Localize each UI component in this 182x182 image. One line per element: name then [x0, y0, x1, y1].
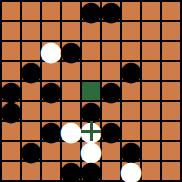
- black-stone: ●: [81, 101, 101, 121]
- black-stone: ●: [61, 41, 81, 61]
- black-stone: ●: [101, 1, 121, 21]
- board-cell-r0c6[interactable]: [122, 2, 140, 20]
- board-cell-r4c5[interactable]: ●: [102, 82, 120, 100]
- white-stone: ●: [61, 121, 81, 141]
- board-cell-r2c2[interactable]: ●: [42, 42, 60, 60]
- board-cell-r5c4[interactable]: ●: [82, 102, 100, 120]
- board-cell-r8c0[interactable]: [2, 162, 20, 180]
- board-cell-r7c5[interactable]: [102, 142, 120, 160]
- board-cell-r1c7[interactable]: [142, 22, 160, 40]
- black-stone: ●: [41, 81, 61, 101]
- board-cell-r2c6[interactable]: [122, 42, 140, 60]
- board-cell-r7c8[interactable]: [162, 142, 180, 160]
- black-stone: ●: [21, 61, 41, 81]
- white-stone: ●: [41, 41, 61, 61]
- game-board: ●●●●●●●●●●●●●●●●●●●●●: [0, 0, 182, 182]
- board-cell-r7c1[interactable]: ●: [22, 142, 40, 160]
- board-cell-r1c4[interactable]: [82, 22, 100, 40]
- black-stone: ●: [41, 121, 61, 141]
- board-cell-r5c7[interactable]: [142, 102, 160, 120]
- board-cell-r2c7[interactable]: [142, 42, 160, 60]
- board-cell-r3c7[interactable]: [142, 62, 160, 80]
- board-cell-r0c3[interactable]: [62, 2, 80, 20]
- board-cell-r7c4[interactable]: ●: [82, 142, 100, 160]
- board-cell-r5c5[interactable]: [102, 102, 120, 120]
- board-cell-r3c2[interactable]: [42, 62, 60, 80]
- black-stone: ●: [1, 101, 21, 121]
- white-stone: ●: [121, 161, 141, 181]
- board-cell-r7c7[interactable]: [142, 142, 160, 160]
- board-cell-r8c8[interactable]: [162, 162, 180, 180]
- green-square-marker: [82, 82, 100, 100]
- board-cell-r8c5[interactable]: [102, 162, 120, 180]
- board-cell-r7c2[interactable]: [42, 142, 60, 160]
- board-cell-r6c2[interactable]: ●: [42, 122, 60, 140]
- board-cell-r7c0[interactable]: [2, 142, 20, 160]
- board-cell-r8c7[interactable]: [142, 162, 160, 180]
- board-cell-r6c5[interactable]: ●: [102, 122, 120, 140]
- black-stone: ●: [101, 121, 121, 141]
- board-cell-r2c4[interactable]: [82, 42, 100, 60]
- board-cell-r1c1[interactable]: [22, 22, 40, 40]
- board-cell-r5c8[interactable]: [162, 102, 180, 120]
- board-cell-r7c6[interactable]: ●: [122, 142, 140, 160]
- black-stone: ●: [121, 61, 141, 81]
- board-cell-r6c3[interactable]: ●: [62, 122, 80, 140]
- board-cell-r3c8[interactable]: [162, 62, 180, 80]
- board-cell-r2c0[interactable]: [2, 42, 20, 60]
- board-cell-r4c6[interactable]: [122, 82, 140, 100]
- cross-marker-vertical: [90, 121, 93, 141]
- board-cell-r1c2[interactable]: [42, 22, 60, 40]
- board-cell-r0c0[interactable]: [2, 2, 20, 20]
- board-cell-r6c4[interactable]: ●: [82, 122, 100, 140]
- board-cell-r3c4[interactable]: [82, 62, 100, 80]
- black-stone: ●: [101, 81, 121, 101]
- board-cell-r3c6[interactable]: ●: [122, 62, 140, 80]
- board-cell-r4c8[interactable]: [162, 82, 180, 100]
- black-stone: ●: [21, 141, 41, 161]
- board-cell-r6c6[interactable]: [122, 122, 140, 140]
- board-cell-r8c6[interactable]: ●: [122, 162, 140, 180]
- board-cell-r4c7[interactable]: [142, 82, 160, 100]
- board-cell-r4c1[interactable]: [22, 82, 40, 100]
- board-cell-r1c0[interactable]: [2, 22, 20, 40]
- board-cell-r6c1[interactable]: [22, 122, 40, 140]
- board-cell-r1c5[interactable]: [102, 22, 120, 40]
- board-cell-r8c4[interactable]: ●: [82, 162, 100, 180]
- black-stone: ●: [81, 1, 101, 21]
- board-cell-r5c1[interactable]: [22, 102, 40, 120]
- board-cell-r2c8[interactable]: [162, 42, 180, 60]
- board-cell-r5c6[interactable]: [122, 102, 140, 120]
- board-cell-r3c5[interactable]: [102, 62, 120, 80]
- white-stone: ●: [81, 141, 101, 161]
- board-cell-r0c2[interactable]: [42, 2, 60, 20]
- board-cell-r5c0[interactable]: ●: [2, 102, 20, 120]
- board-cell-r6c0[interactable]: [2, 122, 20, 140]
- board-cell-r8c3[interactable]: ●: [62, 162, 80, 180]
- board-cell-r0c5[interactable]: ●: [102, 2, 120, 20]
- board-cell-r3c0[interactable]: [2, 62, 20, 80]
- board-cell-r0c4[interactable]: ●: [82, 2, 100, 20]
- board-cell-r4c2[interactable]: ●: [42, 82, 60, 100]
- black-stone: ●: [81, 161, 101, 181]
- black-stone: ●: [1, 81, 21, 101]
- board-cell-r0c1[interactable]: [22, 2, 40, 20]
- board-cell-r2c1[interactable]: [22, 42, 40, 60]
- board-cell-r2c3[interactable]: ●: [62, 42, 80, 60]
- board-cell-r3c3[interactable]: [62, 62, 80, 80]
- board-cell-r6c8[interactable]: [162, 122, 180, 140]
- board-cell-r8c1[interactable]: [22, 162, 40, 180]
- board-cell-r1c8[interactable]: [162, 22, 180, 40]
- board-cell-r1c3[interactable]: [62, 22, 80, 40]
- black-stone: ●: [121, 141, 141, 161]
- board-cell-r7c3[interactable]: [62, 142, 80, 160]
- board-cell-r4c3[interactable]: [62, 82, 80, 100]
- board-cell-r4c4[interactable]: [82, 82, 100, 100]
- board-cell-r6c7[interactable]: [142, 122, 160, 140]
- board-cell-r0c7[interactable]: [142, 2, 160, 20]
- board-cell-r1c6[interactable]: [122, 22, 140, 40]
- board-cell-r4c0[interactable]: ●: [2, 82, 20, 100]
- board-cell-r8c2[interactable]: [42, 162, 60, 180]
- board-cell-r3c1[interactable]: ●: [22, 62, 40, 80]
- board-cell-r5c2[interactable]: [42, 102, 60, 120]
- board-cell-r5c3[interactable]: [62, 102, 80, 120]
- board-cell-r0c8[interactable]: [162, 2, 180, 20]
- black-stone: ●: [61, 161, 81, 181]
- board-cell-r2c5[interactable]: [102, 42, 120, 60]
